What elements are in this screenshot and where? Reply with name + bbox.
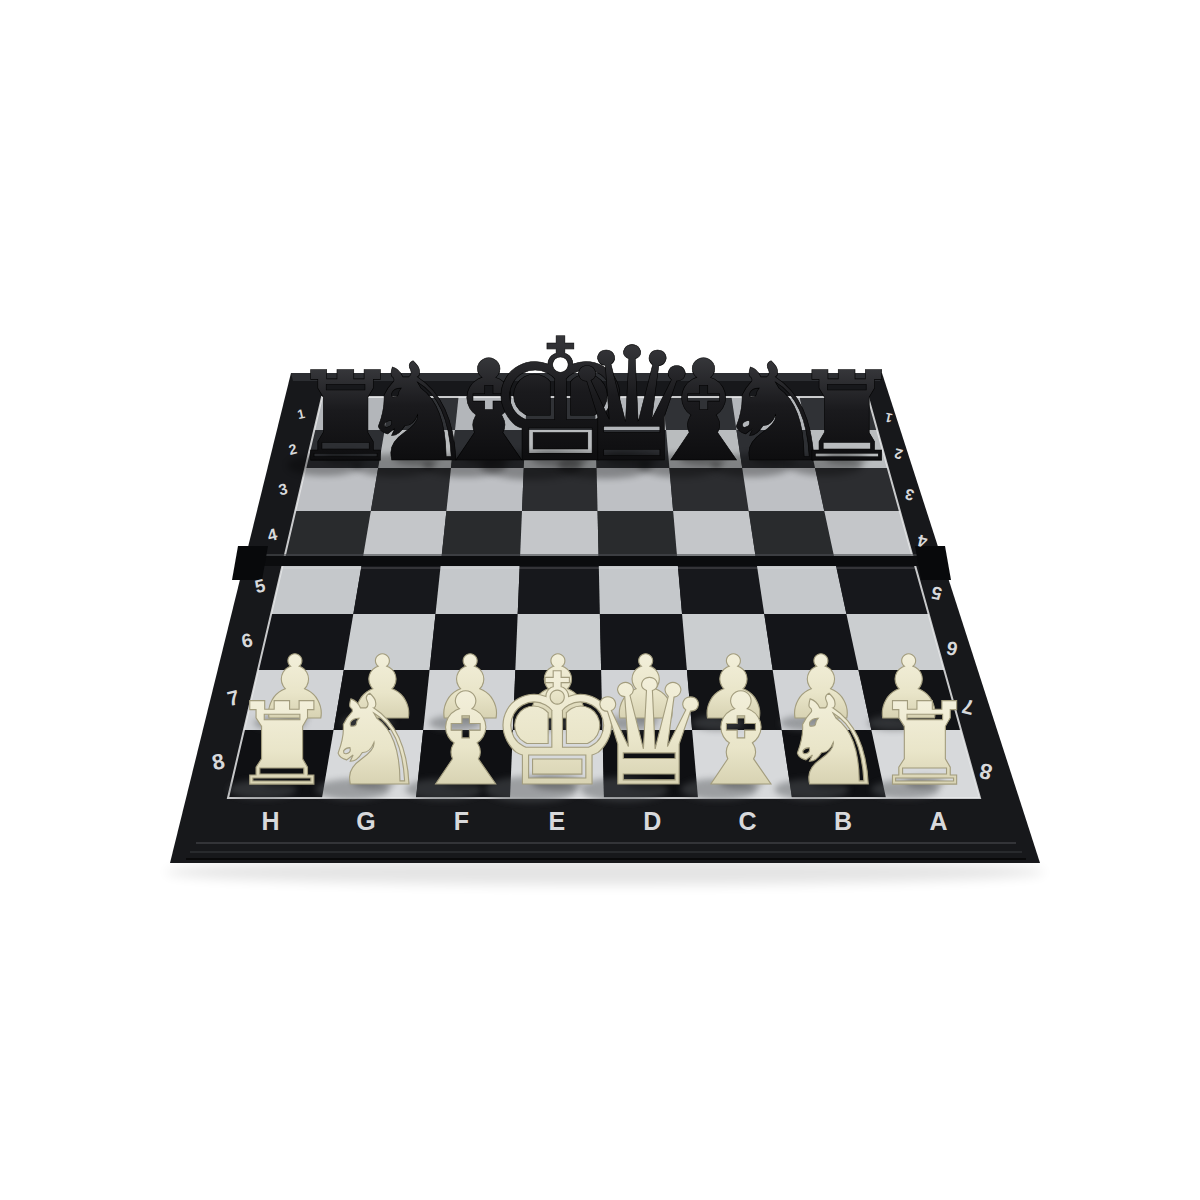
chessboard-scene: 1234567812345678HGFEDCBA ♜♞♝♚♛♝♞♜♟♟♟♟♟♟♟…: [0, 0, 1200, 1200]
chess-set-product-photo: 1234567812345678HGFEDCBA ♜♞♝♚♛♝♞♜♟♟♟♟♟♟♟…: [0, 0, 1200, 1200]
white-knight-b8: ♞: [777, 669, 888, 813]
fold-seam-gap: [244, 556, 943, 566]
black-rook-a2: ♜: [791, 345, 902, 489]
white-rook-a8: ♜: [873, 678, 975, 811]
